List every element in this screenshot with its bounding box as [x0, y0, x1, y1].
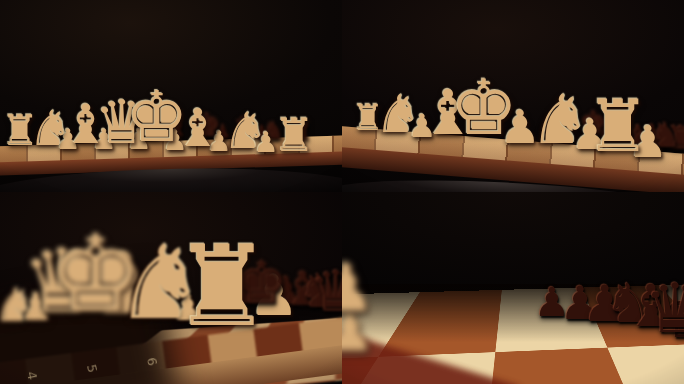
black-pawn-icon: ♟	[559, 280, 600, 326]
white-pawn-icon: ♟	[253, 129, 278, 157]
white-pawn-icon: ♟	[206, 128, 231, 156]
black-knight-icon: ♞	[263, 119, 285, 143]
white-pawn-icon: ♟	[628, 120, 667, 164]
black-pawn-icon: ♟	[541, 114, 559, 134]
white-pawn-icon: ♟	[162, 127, 187, 155]
video-frame-macro-closeup: 456 ♞♟♛♚♝♞♟♜♟♟♚♟♝♞♛	[0, 192, 342, 384]
black-rook-icon: ♜	[292, 122, 312, 144]
black-pawn-icon: ♟	[597, 119, 615, 139]
white-pawn-icon: ♟	[342, 304, 375, 360]
white-queen-icon: ♛	[23, 238, 102, 326]
pieces-layer: ♜♞♟♝♚♟♞♟♜♟♟♚♟♝♟♞♜	[342, 0, 684, 192]
chess-video-montage: ♜♞♟♝♟♛♟♚♟♝♟♞♟♜♟♝♚♟♛♟♞♜ ♜♞♟♝♚♟♞♟♜♟♟♚♟♝♟♞♜…	[0, 0, 684, 384]
white-pawn-icon: ♟	[249, 268, 299, 324]
white-rook-icon: ♜	[1, 110, 39, 152]
black-pawn-icon: ♟	[144, 122, 160, 140]
black-king-icon: ♚	[236, 254, 288, 312]
black-knight-icon: ♞	[605, 277, 653, 331]
white-pawn-icon: ♟	[571, 114, 609, 156]
white-pawn-icon: ♟	[126, 126, 151, 154]
white-bishop-icon: ♝	[175, 102, 222, 154]
black-knight-icon: ♞	[298, 268, 339, 314]
white-pawn-icon: ♟	[172, 290, 204, 326]
white-king-icon: ♚	[48, 222, 143, 328]
black-king-icon: ♚	[661, 285, 684, 347]
white-pawn-icon: ♟	[19, 288, 53, 326]
black-knight-icon: ♞	[651, 118, 681, 152]
white-rook-icon: ♜	[172, 230, 272, 342]
white-pawn-icon: ♟	[408, 110, 437, 142]
pieces-layer: ♟♟♟♟♟♞♝♛♚	[342, 192, 684, 384]
video-frame-wide-lineup: ♜♞♟♝♟♛♟♚♟♝♟♞♟♜♟♝♚♟♛♟♞♜	[0, 0, 342, 192]
black-queen-icon: ♛	[645, 275, 684, 343]
black-pawn-icon: ♟	[269, 272, 303, 310]
pieces-layer: ♜♞♟♝♟♛♟♚♟♝♟♞♟♜♟♝♚♟♛♟♞♜	[0, 0, 342, 192]
black-bishop-icon: ♝	[282, 266, 323, 312]
white-knight-icon: ♞	[28, 104, 71, 152]
black-queen-icon: ♛	[234, 114, 259, 142]
black-bishop-icon: ♝	[626, 122, 649, 148]
white-knight-icon: ♞	[375, 88, 422, 140]
white-bishop-icon: ♝	[420, 82, 476, 144]
black-queen-icon: ♛	[311, 264, 342, 320]
white-queen-icon: ♛	[95, 92, 149, 152]
black-king-icon: ♚	[193, 109, 222, 141]
white-rook-icon: ♜	[273, 112, 314, 158]
white-pawn-icon: ♟	[55, 126, 80, 154]
white-pawn-icon: ♟	[91, 126, 116, 154]
white-pawn-icon: ♟	[342, 256, 376, 322]
black-bishop-icon: ♝	[625, 277, 677, 335]
white-pawn-icon: ♟	[499, 104, 540, 150]
black-rook-icon: ♜	[667, 122, 684, 154]
white-knight-icon: ♞	[114, 232, 205, 334]
white-knight-icon: ♞	[530, 86, 591, 154]
white-rook-icon: ♜	[352, 100, 384, 136]
black-bishop-icon: ♝	[167, 116, 189, 140]
black-pawn-icon: ♟	[583, 279, 628, 329]
white-knight-icon: ♞	[0, 282, 35, 328]
video-frame-close-lineup: ♜♞♟♝♚♟♞♟♜♟♟♚♟♝♟♞♜	[342, 0, 684, 192]
pieces-layer: ♞♟♛♚♝♞♟♜♟♟♚♟♝♞♛	[0, 192, 342, 384]
video-frame-low-angle-board: ♟♟♟♟♟♞♝♛♚	[342, 192, 684, 384]
black-pawn-icon: ♟	[254, 124, 270, 142]
black-pawn-icon: ♟	[233, 276, 262, 308]
black-pawn-icon: ♟	[639, 122, 664, 150]
white-rook-icon: ♜	[586, 90, 651, 162]
white-king-icon: ♚	[126, 82, 189, 152]
black-king-icon: ♚	[581, 108, 608, 138]
white-bishop-icon: ♝	[62, 98, 110, 152]
white-king-icon: ♚	[450, 70, 518, 146]
white-knight-icon: ♞	[223, 106, 268, 156]
black-pawn-icon: ♟	[215, 123, 231, 141]
white-bishop-icon: ♝	[86, 242, 161, 326]
black-pawn-icon: ♟	[534, 282, 570, 322]
